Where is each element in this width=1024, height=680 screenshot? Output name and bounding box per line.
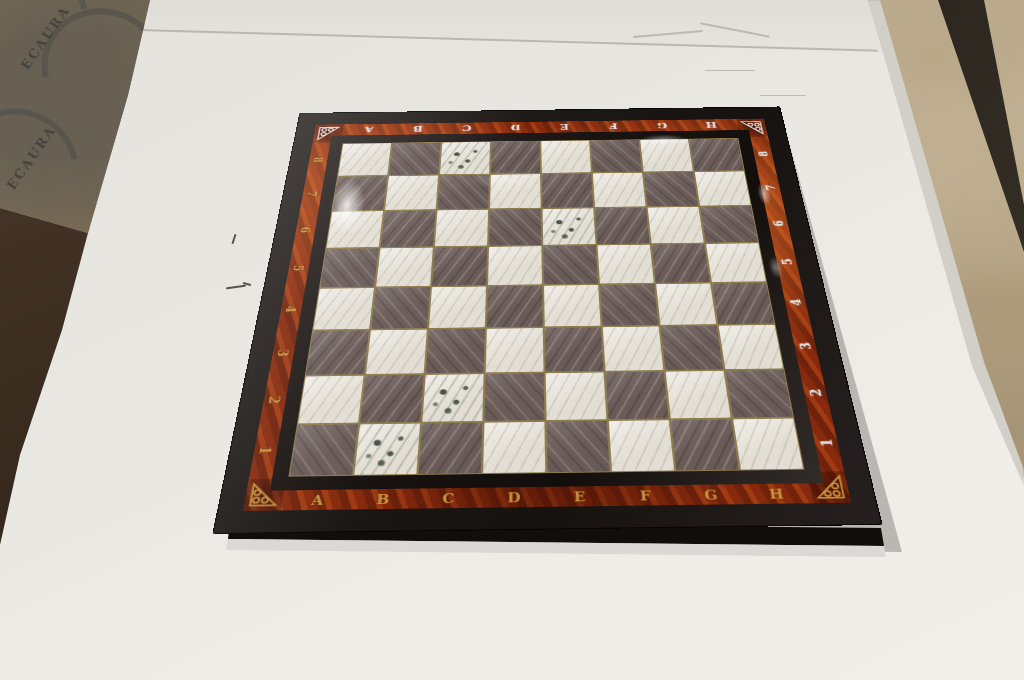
square-e3[interactable] [545,327,604,371]
files-top-label-g: G [637,120,687,132]
square-h8[interactable] [690,139,744,171]
square-d6[interactable] [489,209,541,245]
square-c3[interactable] [426,329,485,373]
table-scratch-mark [232,234,237,244]
square-h7[interactable] [695,171,751,205]
square-d5[interactable] [488,246,542,285]
chess-board: ABCDEFGH ABCDEFGH 87654321 87654321 [212,106,882,534]
square-c6[interactable] [435,210,488,246]
square-e8[interactable] [541,141,591,173]
files-top-label-b: B [393,123,443,135]
files-bottom-label-c: C [415,488,482,509]
square-f7[interactable] [593,173,646,207]
square-g6[interactable] [648,207,704,243]
square-a7[interactable] [333,176,388,210]
square-b7[interactable] [385,176,438,210]
square-a1[interactable] [290,424,358,475]
square-g1[interactable] [671,419,739,470]
square-b6[interactable] [381,210,436,247]
square-c5[interactable] [432,247,487,286]
square-b1[interactable] [354,424,420,475]
square-h2[interactable] [726,370,793,417]
square-f5[interactable] [597,245,653,284]
square-a6[interactable] [327,211,383,248]
square-f2[interactable] [606,372,669,420]
scene-photo: ECAURA ECAURA ABCDEFGH ABCDEFGH 87654321… [0,0,1024,680]
square-b4[interactable] [371,287,430,329]
square-c4[interactable] [429,287,486,328]
square-g8[interactable] [640,139,693,171]
square-h1[interactable] [733,419,803,470]
files-bottom-label-b: B [349,489,416,510]
square-g5[interactable] [652,244,710,283]
square-a2[interactable] [298,376,363,424]
square-b2[interactable] [360,375,423,423]
files-top-label-e: E [540,121,589,133]
files-top-label-d: D [491,122,540,134]
square-d3[interactable] [486,328,544,372]
chess-board-scene: ABCDEFGH ABCDEFGH 87654321 87654321 [212,106,882,534]
square-e6[interactable] [543,208,596,244]
square-g2[interactable] [666,371,731,419]
square-b3[interactable] [366,330,427,374]
files-top-label-a: A [344,124,394,136]
square-d7[interactable] [490,174,541,208]
files-bottom-label-f: F [612,485,679,506]
files-top-label-c: C [442,122,491,134]
square-a8[interactable] [338,143,391,175]
square-f6[interactable] [595,208,650,244]
square-f4[interactable] [600,284,658,325]
square-d4[interactable] [487,286,543,327]
files-bottom-label-a: A [283,489,351,510]
files-bottom-label-g: G [677,484,745,505]
files-top-label-h: H [686,119,737,131]
square-f3[interactable] [603,326,664,370]
square-a5[interactable] [320,248,378,287]
inner-black-band [270,130,824,491]
square-g3[interactable] [661,326,724,370]
table-squiggle-mark [226,285,246,290]
square-c2[interactable] [422,374,483,422]
square-c1[interactable] [419,423,483,474]
square-h5[interactable] [706,243,766,282]
square-c8[interactable] [440,142,490,174]
square-c7[interactable] [438,175,490,209]
pencil-scribble [760,95,806,96]
square-e4[interactable] [544,285,601,326]
square-f1[interactable] [609,420,674,471]
square-g7[interactable] [644,172,698,206]
square-e5[interactable] [543,245,598,284]
square-e7[interactable] [542,173,593,207]
square-a4[interactable] [313,288,374,330]
square-b5[interactable] [376,248,433,287]
square-h6[interactable] [700,206,758,242]
files-top-label-f: F [589,120,639,132]
pencil-scribble [705,70,755,71]
checkerboard [288,138,804,477]
coordinate-border-ring: ABCDEFGH ABCDEFGH 87654321 87654321 [243,119,851,511]
square-h3[interactable] [719,325,784,369]
square-a3[interactable] [306,330,369,374]
square-d8[interactable] [491,141,540,173]
files-bottom-label-h: H [742,483,811,504]
square-h4[interactable] [712,283,774,324]
square-d1[interactable] [483,422,545,473]
square-d2[interactable] [484,373,544,421]
files-bottom-label-d: D [481,487,547,508]
square-f8[interactable] [591,140,642,172]
files-bottom-label-e: E [547,486,613,507]
square-b8[interactable] [389,143,440,175]
square-e1[interactable] [547,421,610,472]
square-g4[interactable] [656,283,716,324]
square-e2[interactable] [546,372,607,420]
